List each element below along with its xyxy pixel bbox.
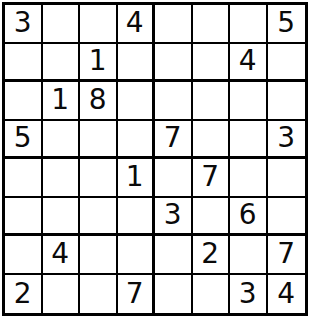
cell-r7c5-empty[interactable]	[155, 236, 193, 275]
cell-r4c8-given-3: 3	[268, 121, 306, 160]
cell-r7c6-given-2: 2	[193, 236, 231, 275]
cell-r6c6-empty[interactable]	[193, 198, 231, 237]
cell-r5c2-empty[interactable]	[43, 159, 81, 198]
cell-r4c1-given-5: 5	[5, 121, 43, 160]
cell-r6c2-empty[interactable]	[43, 198, 81, 237]
cell-r2c1-empty[interactable]	[5, 44, 43, 83]
cell-r3c3-given-8: 8	[80, 82, 118, 121]
cell-r5c4-given-1: 1	[118, 159, 156, 198]
cell-r2c3-given-1: 1	[80, 44, 118, 83]
cell-r3c8-empty[interactable]	[268, 82, 306, 121]
cell-r2c2-empty[interactable]	[43, 44, 81, 83]
cell-r8c2-empty[interactable]	[43, 275, 81, 314]
cell-r1c7-empty[interactable]	[230, 5, 268, 44]
cell-r3c1-empty[interactable]	[5, 82, 43, 121]
cell-r8c1-given-2: 2	[5, 275, 43, 314]
cell-r1c4-given-4: 4	[118, 5, 156, 44]
cell-r1c1-given-3: 3	[5, 5, 43, 44]
cell-r7c1-empty[interactable]	[5, 236, 43, 275]
cell-r7c4-empty[interactable]	[118, 236, 156, 275]
cell-r7c2-given-4: 4	[43, 236, 81, 275]
cell-r4c6-empty[interactable]	[193, 121, 231, 160]
cell-r2c5-empty[interactable]	[155, 44, 193, 83]
cell-r1c8-given-5: 5	[268, 5, 306, 44]
cell-r3c7-empty[interactable]	[230, 82, 268, 121]
cell-r5c8-empty[interactable]	[268, 159, 306, 198]
cell-r6c5-given-3: 3	[155, 198, 193, 237]
cell-r1c2-empty[interactable]	[43, 5, 81, 44]
cell-r7c7-empty[interactable]	[230, 236, 268, 275]
cell-r5c1-empty[interactable]	[5, 159, 43, 198]
cell-r3c6-empty[interactable]	[193, 82, 231, 121]
cell-r5c6-given-7: 7	[193, 159, 231, 198]
cell-r4c3-empty[interactable]	[80, 121, 118, 160]
cell-r8c8-given-4: 4	[268, 275, 306, 314]
cell-r4c5-given-7: 7	[155, 121, 193, 160]
cell-r3c5-empty[interactable]	[155, 82, 193, 121]
cell-r6c7-given-6: 6	[230, 198, 268, 237]
cell-r2c8-empty[interactable]	[268, 44, 306, 83]
cell-r4c4-empty[interactable]	[118, 121, 156, 160]
cell-r1c5-empty[interactable]	[155, 5, 193, 44]
cell-r8c5-empty[interactable]	[155, 275, 193, 314]
cell-r8c3-empty[interactable]	[80, 275, 118, 314]
cell-r5c5-empty[interactable]	[155, 159, 193, 198]
cell-r8c6-empty[interactable]	[193, 275, 231, 314]
cell-r5c3-empty[interactable]	[80, 159, 118, 198]
cell-r6c1-empty[interactable]	[5, 198, 43, 237]
cell-r6c8-empty[interactable]	[268, 198, 306, 237]
cell-r8c7-given-3: 3	[230, 275, 268, 314]
cell-r2c4-empty[interactable]	[118, 44, 156, 83]
cell-r6c3-empty[interactable]	[80, 198, 118, 237]
cell-r3c2-given-1: 1	[43, 82, 81, 121]
sudoku-board: 345141857317364272734	[2, 2, 308, 316]
cell-r3c4-empty[interactable]	[118, 82, 156, 121]
cell-r5c7-empty[interactable]	[230, 159, 268, 198]
cell-r7c3-empty[interactable]	[80, 236, 118, 275]
cell-r8c4-given-7: 7	[118, 275, 156, 314]
cell-r1c6-empty[interactable]	[193, 5, 231, 44]
cell-r4c7-empty[interactable]	[230, 121, 268, 160]
cell-r7c8-given-7: 7	[268, 236, 306, 275]
cell-r4c2-empty[interactable]	[43, 121, 81, 160]
cell-r6c4-empty[interactable]	[118, 198, 156, 237]
cell-r2c7-given-4: 4	[230, 44, 268, 83]
cell-r1c3-empty[interactable]	[80, 5, 118, 44]
cell-r2c6-empty[interactable]	[193, 44, 231, 83]
